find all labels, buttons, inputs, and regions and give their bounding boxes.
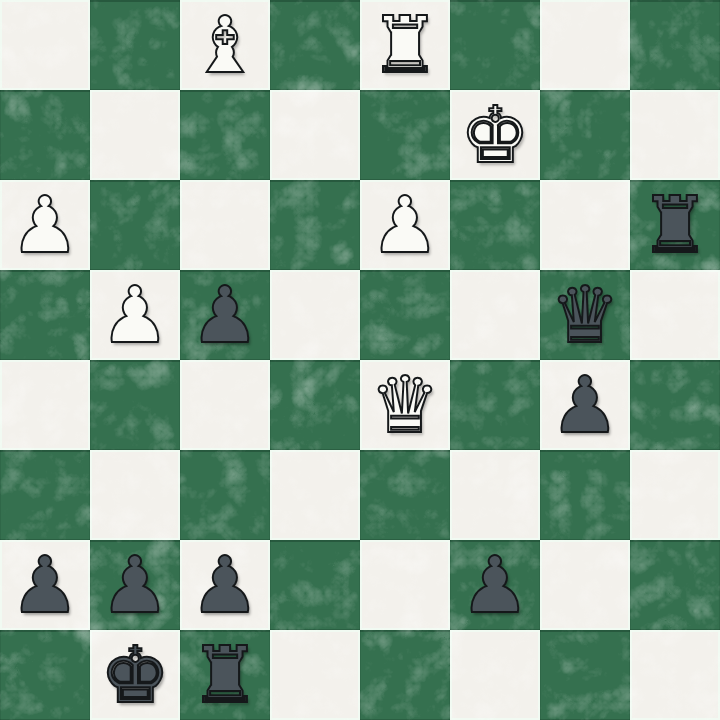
square-g2[interactable] [540, 540, 630, 630]
square-d1[interactable] [270, 630, 360, 720]
square-h4[interactable] [630, 360, 720, 450]
square-c5[interactable]: ♟ [180, 270, 270, 360]
square-g4[interactable]: ♟ [540, 360, 630, 450]
white-rook[interactable]: ♜ [370, 0, 440, 90]
square-f7[interactable]: ♚ [450, 90, 540, 180]
black-king[interactable]: ♚ [100, 630, 170, 720]
black-pawn[interactable]: ♟ [460, 540, 530, 630]
white-pawn[interactable]: ♟ [370, 180, 440, 270]
square-h6[interactable]: ♜ [630, 180, 720, 270]
square-b5[interactable]: ♟ [90, 270, 180, 360]
square-h2[interactable] [630, 540, 720, 630]
white-king[interactable]: ♚ [460, 90, 530, 180]
square-e3[interactable] [360, 450, 450, 540]
square-f2[interactable]: ♟ [450, 540, 540, 630]
square-b8[interactable] [90, 0, 180, 90]
square-h1[interactable] [630, 630, 720, 720]
square-e7[interactable] [360, 90, 450, 180]
chess-board: ♝♜♚♟♟♜♟♟♛♛♟♟♟♟♟♚♜ [0, 0, 720, 720]
square-e5[interactable] [360, 270, 450, 360]
square-a8[interactable] [0, 0, 90, 90]
black-pawn[interactable]: ♟ [10, 540, 80, 630]
square-f1[interactable] [450, 630, 540, 720]
square-b2[interactable]: ♟ [90, 540, 180, 630]
square-b7[interactable] [90, 90, 180, 180]
white-queen[interactable]: ♛ [370, 360, 440, 450]
square-e6[interactable]: ♟ [360, 180, 450, 270]
square-c6[interactable] [180, 180, 270, 270]
square-e4[interactable]: ♛ [360, 360, 450, 450]
square-b6[interactable] [90, 180, 180, 270]
square-b4[interactable] [90, 360, 180, 450]
square-c8[interactable]: ♝ [180, 0, 270, 90]
black-pawn[interactable]: ♟ [190, 540, 260, 630]
square-c2[interactable]: ♟ [180, 540, 270, 630]
white-pawn[interactable]: ♟ [100, 270, 170, 360]
square-h5[interactable] [630, 270, 720, 360]
white-bishop[interactable]: ♝ [190, 0, 260, 90]
black-rook[interactable]: ♜ [640, 180, 710, 270]
square-e2[interactable] [360, 540, 450, 630]
square-d4[interactable] [270, 360, 360, 450]
square-a4[interactable] [0, 360, 90, 450]
square-c1[interactable]: ♜ [180, 630, 270, 720]
square-d8[interactable] [270, 0, 360, 90]
black-rook[interactable]: ♜ [190, 630, 260, 720]
square-d7[interactable] [270, 90, 360, 180]
square-f8[interactable] [450, 0, 540, 90]
square-a5[interactable] [0, 270, 90, 360]
square-h3[interactable] [630, 450, 720, 540]
square-e8[interactable]: ♜ [360, 0, 450, 90]
square-f5[interactable] [450, 270, 540, 360]
black-pawn[interactable]: ♟ [100, 540, 170, 630]
square-f6[interactable] [450, 180, 540, 270]
square-g7[interactable] [540, 90, 630, 180]
square-g3[interactable] [540, 450, 630, 540]
square-a6[interactable]: ♟ [0, 180, 90, 270]
square-e1[interactable] [360, 630, 450, 720]
square-h7[interactable] [630, 90, 720, 180]
square-a7[interactable] [0, 90, 90, 180]
square-a1[interactable] [0, 630, 90, 720]
square-b3[interactable] [90, 450, 180, 540]
black-queen[interactable]: ♛ [550, 270, 620, 360]
square-g6[interactable] [540, 180, 630, 270]
square-d6[interactable] [270, 180, 360, 270]
square-f4[interactable] [450, 360, 540, 450]
white-pawn[interactable]: ♟ [10, 180, 80, 270]
square-a3[interactable] [0, 450, 90, 540]
black-pawn[interactable]: ♟ [190, 270, 260, 360]
square-d2[interactable] [270, 540, 360, 630]
square-a2[interactable]: ♟ [0, 540, 90, 630]
square-c7[interactable] [180, 90, 270, 180]
square-c3[interactable] [180, 450, 270, 540]
square-h8[interactable] [630, 0, 720, 90]
square-d5[interactable] [270, 270, 360, 360]
square-g8[interactable] [540, 0, 630, 90]
square-b1[interactable]: ♚ [90, 630, 180, 720]
square-g5[interactable]: ♛ [540, 270, 630, 360]
square-d3[interactable] [270, 450, 360, 540]
square-c4[interactable] [180, 360, 270, 450]
black-pawn[interactable]: ♟ [550, 360, 620, 450]
square-g1[interactable] [540, 630, 630, 720]
square-f3[interactable] [450, 450, 540, 540]
